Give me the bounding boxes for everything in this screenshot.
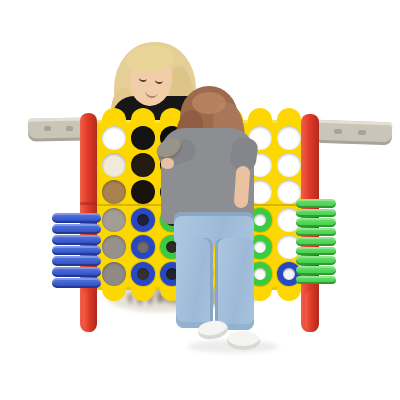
board-cell-r6c1	[99, 261, 128, 288]
board-cell-r3c1	[99, 179, 128, 206]
empty-hole	[102, 153, 126, 177]
right-red-leg	[305, 290, 318, 332]
board-cell-r2c7	[275, 151, 304, 178]
spare-ring-right-stack	[296, 209, 336, 218]
right-disc-tray	[314, 120, 393, 146]
board-cell-r2c2	[128, 151, 157, 178]
left-tray-slot-2	[66, 126, 73, 131]
left-post-joint	[80, 202, 97, 205]
spare-green-ring-stack	[296, 199, 336, 284]
board-cell-r2c1	[99, 151, 128, 178]
spare-ring-left-stack	[52, 213, 101, 223]
board-cell-r1c7	[275, 124, 304, 151]
spare-ring-left-stack	[52, 267, 101, 277]
empty-hole	[102, 126, 126, 150]
toddler-right-shoe	[227, 331, 260, 350]
toddler-right-forearm	[234, 166, 251, 209]
left-red-leg	[83, 290, 96, 332]
board-cell-r1c2	[128, 124, 157, 151]
toddler-jeans-right-leg	[215, 238, 254, 330]
spare-ring-right-stack	[296, 228, 336, 237]
board-cell-r3c2	[128, 179, 157, 206]
empty-hole	[102, 180, 126, 204]
empty-hole	[102, 235, 126, 259]
spare-ring-left-stack	[52, 235, 101, 245]
right-tray-slot-2	[358, 130, 366, 135]
spare-ring-left-stack	[52, 246, 101, 256]
empty-hole	[131, 180, 155, 204]
disc-blue	[131, 262, 155, 286]
disc-blue	[131, 208, 155, 232]
empty-hole	[102, 262, 126, 286]
left-tray-slot-1	[44, 126, 51, 131]
spare-ring-right-stack	[296, 218, 336, 227]
empty-hole	[131, 126, 155, 150]
spare-ring-right-stack	[296, 199, 336, 208]
spare-ring-right-stack	[296, 237, 336, 246]
spare-ring-left-stack	[52, 278, 101, 288]
empty-hole	[131, 153, 155, 177]
spare-ring-right-stack	[296, 276, 336, 285]
spare-ring-right-stack	[296, 266, 336, 275]
spare-ring-right-stack	[296, 247, 336, 256]
spare-ring-left-stack	[52, 256, 101, 266]
right-tray-slot-1	[334, 129, 342, 134]
toddler-jeans-left-leg	[176, 238, 213, 328]
board-cell-r1c1	[99, 124, 128, 151]
empty-hole	[102, 208, 126, 232]
toddler-left-hand	[161, 158, 174, 169]
spare-ring-left-stack	[52, 224, 101, 234]
toddler-hair-highlight	[192, 92, 226, 114]
board-cell-r5c2	[128, 233, 157, 260]
board-cell-r4c2	[128, 206, 157, 233]
disc-blue	[131, 235, 155, 259]
product-photo-scene	[0, 0, 400, 400]
board-cell-r5c1	[99, 233, 128, 260]
board-cell-r4c1	[99, 206, 128, 233]
spare-blue-ring-stack	[52, 213, 101, 288]
board-cell-r6c2	[128, 261, 157, 288]
empty-hole	[277, 126, 301, 150]
empty-hole	[277, 153, 301, 177]
spare-ring-right-stack	[296, 256, 336, 265]
